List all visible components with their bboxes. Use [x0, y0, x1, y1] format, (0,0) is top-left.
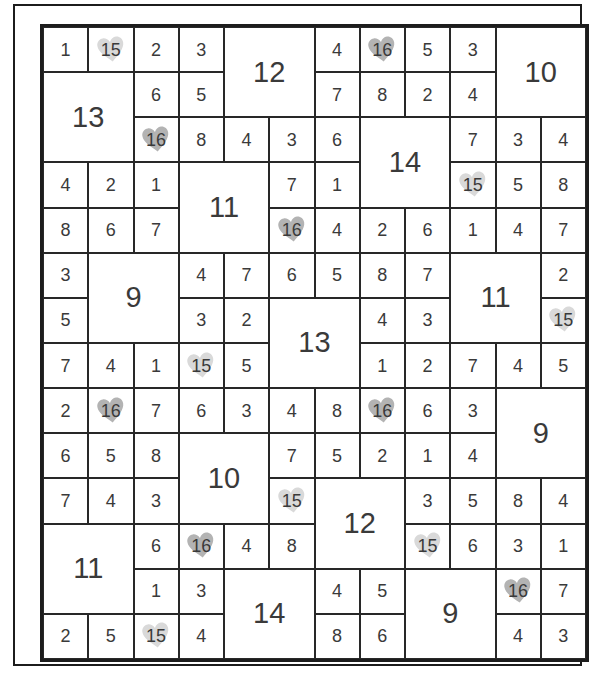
block-9-r9c11: 9 — [496, 388, 587, 478]
cell-r13c12: 7 — [541, 569, 586, 614]
heart-cell-r7c12: 15 — [541, 298, 586, 343]
block-10-r1c11: 10 — [496, 27, 587, 117]
cell-value: 1 — [423, 447, 433, 465]
cell-value: 6 — [423, 221, 433, 239]
heart-cell-r9c2: 16 — [88, 388, 133, 433]
cell-value: 3 — [287, 131, 297, 149]
cell-value: 2 — [377, 447, 387, 465]
cell-r10c8: 2 — [360, 433, 405, 478]
cell-r9c7: 8 — [315, 388, 360, 433]
cell-r10c7: 5 — [315, 433, 360, 478]
heart-cell-r12c4: 16 — [179, 524, 224, 569]
cell-value: 7 — [558, 582, 568, 600]
cell-value: 6 — [377, 627, 387, 645]
cell-value: 3 — [242, 402, 252, 420]
cell-r11c12: 4 — [541, 478, 586, 523]
cell-r10c1: 6 — [43, 433, 88, 478]
cell-r14c12: 3 — [541, 614, 586, 659]
cell-r13c3: 1 — [134, 569, 179, 614]
cell-r8c11: 4 — [496, 343, 541, 388]
cell-r14c1: 2 — [43, 614, 88, 659]
cell-value: 1 — [377, 357, 387, 375]
heart-cell-value: 15 — [282, 492, 302, 510]
cell-value: 6 — [196, 402, 206, 420]
cell-r14c4: 4 — [179, 614, 224, 659]
cell-r10c9: 1 — [405, 433, 450, 478]
cell-value: 1 — [61, 41, 71, 59]
cell-r3c4: 8 — [179, 117, 224, 162]
cell-value: 8 — [287, 537, 297, 555]
cell-r7c4: 3 — [179, 298, 224, 343]
cell-value: 8 — [196, 131, 206, 149]
cell-value: 8 — [332, 402, 342, 420]
block-value: 12 — [344, 509, 376, 538]
block-value: 10 — [208, 464, 240, 493]
cell-value: 4 — [287, 402, 297, 420]
cell-r1c9: 5 — [405, 27, 450, 72]
cell-r7c1: 5 — [43, 298, 88, 343]
cell-value: 4 — [242, 131, 252, 149]
cell-value: 4 — [196, 627, 206, 645]
cell-value: 5 — [61, 311, 71, 329]
cell-value: 6 — [106, 221, 116, 239]
cell-r5c3: 7 — [134, 208, 179, 253]
cell-r6c1: 3 — [43, 253, 88, 298]
cell-value: 5 — [242, 357, 252, 375]
cell-r10c3: 8 — [134, 433, 179, 478]
cell-value: 8 — [558, 176, 568, 194]
heart-cell-value: 15 — [418, 537, 438, 555]
cell-r4c7: 1 — [315, 162, 360, 207]
heart-cell-value: 15 — [146, 627, 166, 645]
block-13-r7c6: 13 — [269, 298, 360, 388]
heart-cell-r1c8: 16 — [360, 27, 405, 72]
cell-r12c5: 4 — [224, 524, 269, 569]
cell-value: 7 — [423, 266, 433, 284]
cell-value: 3 — [558, 627, 568, 645]
cell-value: 8 — [377, 266, 387, 284]
cell-value: 4 — [61, 176, 71, 194]
cell-value: 6 — [287, 266, 297, 284]
heart-cell-r14c3: 15 — [134, 614, 179, 659]
cell-value: 3 — [196, 41, 206, 59]
cell-r5c8: 2 — [360, 208, 405, 253]
block-14-r13c5: 14 — [224, 569, 315, 659]
cell-r10c6: 7 — [269, 433, 314, 478]
block-9-r13c9: 9 — [405, 569, 496, 659]
cell-r3c12: 4 — [541, 117, 586, 162]
cell-r4c2: 2 — [88, 162, 133, 207]
cell-value: 5 — [513, 176, 523, 194]
cell-value: 5 — [332, 447, 342, 465]
heart-cell-r1c2: 15 — [88, 27, 133, 72]
cell-r11c3: 3 — [134, 478, 179, 523]
cell-value: 6 — [332, 131, 342, 149]
cell-value: 4 — [513, 627, 523, 645]
cell-r5c12: 7 — [541, 208, 586, 253]
cell-value: 8 — [377, 86, 387, 104]
cell-value: 6 — [423, 402, 433, 420]
cell-r12c11: 3 — [496, 524, 541, 569]
cell-value: 4 — [468, 86, 478, 104]
cell-r14c11: 4 — [496, 614, 541, 659]
cell-value: 8 — [513, 492, 523, 510]
cell-r9c10: 3 — [450, 388, 495, 433]
cell-value: 5 — [423, 41, 433, 59]
cell-r9c3: 7 — [134, 388, 179, 433]
heart-cell-value: 16 — [146, 131, 166, 149]
heart-cell-r4c10: 15 — [450, 162, 495, 207]
block-value: 13 — [298, 328, 330, 357]
cell-value: 3 — [196, 311, 206, 329]
cell-r11c2: 4 — [88, 478, 133, 523]
cell-value: 7 — [61, 492, 71, 510]
cell-value: 1 — [151, 176, 161, 194]
cell-value: 5 — [558, 357, 568, 375]
cell-r5c1: 8 — [43, 208, 88, 253]
cell-r4c12: 8 — [541, 162, 586, 207]
cell-r3c7: 6 — [315, 117, 360, 162]
cell-r7c9: 3 — [405, 298, 450, 343]
block-14-r3c8: 14 — [360, 117, 451, 207]
cell-value: 3 — [196, 582, 206, 600]
cell-value: 3 — [423, 311, 433, 329]
cell-value: 6 — [151, 537, 161, 555]
cell-value: 3 — [468, 402, 478, 420]
heart-cell-r5c6: 16 — [269, 208, 314, 253]
block-11-r12c1: 11 — [43, 524, 134, 614]
cell-value: 4 — [513, 221, 523, 239]
cell-r9c9: 6 — [405, 388, 450, 433]
cell-value: 3 — [61, 266, 71, 284]
heart-cell-r12c9: 15 — [405, 524, 450, 569]
cell-value: 1 — [558, 537, 568, 555]
cell-r4c6: 7 — [269, 162, 314, 207]
heart-cell-r13c11: 16 — [496, 569, 541, 614]
cell-value: 5 — [106, 447, 116, 465]
cell-r12c10: 6 — [450, 524, 495, 569]
cell-value: 3 — [513, 537, 523, 555]
cell-r8c9: 2 — [405, 343, 450, 388]
cell-r2c7: 7 — [315, 72, 360, 117]
cell-value: 4 — [332, 41, 342, 59]
cell-value: 1 — [151, 357, 161, 375]
block-value: 12 — [253, 58, 285, 87]
block-13-r2c1: 13 — [43, 72, 134, 162]
heart-cell-r9c8: 16 — [360, 388, 405, 433]
cell-value: 7 — [558, 221, 568, 239]
cell-r9c5: 3 — [224, 388, 269, 433]
cell-r8c3: 1 — [134, 343, 179, 388]
cell-value: 7 — [468, 131, 478, 149]
cell-value: 4 — [468, 447, 478, 465]
block-11-r6c10: 11 — [450, 253, 541, 343]
cell-value: 1 — [332, 176, 342, 194]
cell-value: 2 — [423, 86, 433, 104]
block-11-r4c4: 11 — [179, 162, 270, 252]
cell-r12c6: 8 — [269, 524, 314, 569]
cell-r9c4: 6 — [179, 388, 224, 433]
cell-value: 7 — [61, 357, 71, 375]
cell-r12c12: 1 — [541, 524, 586, 569]
cell-value: 3 — [513, 131, 523, 149]
cell-r7c5: 2 — [224, 298, 269, 343]
cell-r4c11: 5 — [496, 162, 541, 207]
block-10-r10c4: 10 — [179, 433, 270, 523]
cell-r11c10: 5 — [450, 478, 495, 523]
cell-value: 4 — [106, 492, 116, 510]
heart-cell-value: 16 — [282, 221, 302, 239]
cell-value: 7 — [242, 266, 252, 284]
heart-cell-value: 15 — [463, 176, 483, 194]
cell-r6c5: 7 — [224, 253, 269, 298]
cell-r3c5: 4 — [224, 117, 269, 162]
cell-value: 4 — [332, 582, 342, 600]
cell-value: 7 — [151, 221, 161, 239]
cell-value: 3 — [151, 492, 161, 510]
cell-value: 2 — [61, 402, 71, 420]
heart-cell-value: 15 — [101, 41, 121, 59]
cell-value: 3 — [423, 492, 433, 510]
cell-r1c1: 1 — [43, 27, 88, 72]
cell-value: 7 — [287, 447, 297, 465]
cell-value: 2 — [558, 266, 568, 284]
cell-r8c5: 5 — [224, 343, 269, 388]
heart-cell-value: 16 — [372, 402, 392, 420]
cell-r6c7: 5 — [315, 253, 360, 298]
block-value: 10 — [525, 58, 557, 87]
cell-value: 2 — [151, 41, 161, 59]
cell-r10c10: 4 — [450, 433, 495, 478]
cell-value: 4 — [513, 357, 523, 375]
cell-value: 5 — [377, 582, 387, 600]
cell-value: 8 — [61, 221, 71, 239]
cell-value: 5 — [196, 86, 206, 104]
block-value: 11 — [480, 283, 510, 312]
cell-value: 4 — [106, 357, 116, 375]
cell-r11c11: 8 — [496, 478, 541, 523]
cell-r8c10: 7 — [450, 343, 495, 388]
cell-value: 5 — [468, 492, 478, 510]
cell-r3c6: 3 — [269, 117, 314, 162]
cell-value: 1 — [468, 221, 478, 239]
cell-value: 3 — [468, 41, 478, 59]
heart-cell-value: 16 — [191, 537, 211, 555]
cell-r4c1: 4 — [43, 162, 88, 207]
cell-r9c1: 2 — [43, 388, 88, 433]
cell-value: 4 — [242, 537, 252, 555]
block-value: 14 — [389, 148, 421, 177]
cell-value: 4 — [558, 131, 568, 149]
block-12-r11c7: 12 — [315, 478, 406, 568]
cell-r10c2: 5 — [88, 433, 133, 478]
cell-r6c12: 2 — [541, 253, 586, 298]
cell-value: 4 — [377, 311, 387, 329]
cell-value: 5 — [332, 266, 342, 284]
cell-r1c3: 2 — [134, 27, 179, 72]
block-value: 11 — [73, 554, 103, 583]
heart-cell-value: 15 — [553, 311, 573, 329]
heart-cell-value: 16 — [508, 582, 528, 600]
block-value: 13 — [72, 103, 104, 132]
cell-r2c4: 5 — [179, 72, 224, 117]
heart-cell-r8c4: 15 — [179, 343, 224, 388]
cell-value: 6 — [61, 447, 71, 465]
cell-value: 2 — [106, 176, 116, 194]
cell-value: 8 — [332, 627, 342, 645]
cell-r2c10: 4 — [450, 72, 495, 117]
cell-value: 4 — [196, 266, 206, 284]
cell-r6c6: 6 — [269, 253, 314, 298]
heart-cell-value: 16 — [372, 41, 392, 59]
cell-r11c1: 7 — [43, 478, 88, 523]
block-value: 9 — [125, 283, 141, 312]
cell-r14c8: 6 — [360, 614, 405, 659]
cell-value: 4 — [558, 492, 568, 510]
cell-r6c9: 7 — [405, 253, 450, 298]
cell-r13c4: 3 — [179, 569, 224, 614]
cell-r6c4: 4 — [179, 253, 224, 298]
heart-cell-r3c3: 16 — [134, 117, 179, 162]
cell-r1c10: 3 — [450, 27, 495, 72]
puzzle-frame: 1152312416531013657824168436147344211171… — [13, 4, 582, 666]
cell-r4c3: 1 — [134, 162, 179, 207]
cell-r8c8: 1 — [360, 343, 405, 388]
cell-r2c3: 6 — [134, 72, 179, 117]
block-value: 14 — [253, 599, 285, 628]
cell-r2c8: 8 — [360, 72, 405, 117]
block-value: 11 — [209, 193, 239, 222]
cell-value: 6 — [468, 537, 478, 555]
cell-r14c2: 5 — [88, 614, 133, 659]
block-12-r1c5: 12 — [224, 27, 315, 117]
heart-cell-value: 15 — [191, 357, 211, 375]
heart-cell-r11c6: 15 — [269, 478, 314, 523]
cell-r2c9: 2 — [405, 72, 450, 117]
cell-r8c1: 7 — [43, 343, 88, 388]
cell-r14c7: 8 — [315, 614, 360, 659]
block-9-r6c2: 9 — [88, 253, 179, 343]
cell-value: 6 — [151, 86, 161, 104]
cell-r13c8: 5 — [360, 569, 405, 614]
cell-r11c9: 3 — [405, 478, 450, 523]
cell-value: 2 — [377, 221, 387, 239]
cell-r5c10: 1 — [450, 208, 495, 253]
heart-cell-value: 16 — [101, 402, 121, 420]
cell-r13c7: 4 — [315, 569, 360, 614]
cell-r5c2: 6 — [88, 208, 133, 253]
cell-r12c3: 6 — [134, 524, 179, 569]
cell-value: 1 — [151, 582, 161, 600]
cell-r1c7: 4 — [315, 27, 360, 72]
cell-r5c9: 6 — [405, 208, 450, 253]
cell-r8c2: 4 — [88, 343, 133, 388]
cell-value: 2 — [61, 627, 71, 645]
cell-value: 2 — [242, 311, 252, 329]
cell-r1c4: 3 — [179, 27, 224, 72]
cell-value: 8 — [151, 447, 161, 465]
cell-r5c7: 4 — [315, 208, 360, 253]
cell-r7c8: 4 — [360, 298, 405, 343]
block-value: 9 — [533, 419, 549, 448]
cell-r3c11: 3 — [496, 117, 541, 162]
cell-value: 7 — [151, 402, 161, 420]
cell-value: 7 — [287, 176, 297, 194]
cell-value: 2 — [423, 357, 433, 375]
block-value: 9 — [442, 599, 458, 628]
cell-r6c8: 8 — [360, 253, 405, 298]
cell-value: 5 — [106, 627, 116, 645]
cell-r3c10: 7 — [450, 117, 495, 162]
cell-r8c12: 5 — [541, 343, 586, 388]
cell-value: 4 — [332, 221, 342, 239]
cell-value: 7 — [468, 357, 478, 375]
board: 1152312416531013657824168436147344211171… — [40, 24, 589, 662]
cell-r5c11: 4 — [496, 208, 541, 253]
cell-r9c6: 4 — [269, 388, 314, 433]
cell-value: 7 — [332, 86, 342, 104]
